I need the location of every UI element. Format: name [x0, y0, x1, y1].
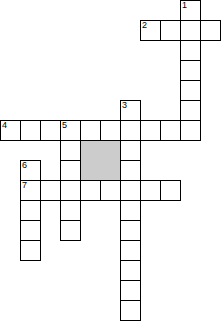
crossword-cell-r1c9[interactable] — [180, 20, 201, 41]
crossword-cell-r10c6[interactable] — [120, 200, 141, 221]
crossword-cell-r6c5[interactable] — [100, 120, 121, 141]
crossword-cell-r1c10[interactable] — [200, 20, 221, 41]
shaded-block — [80, 140, 121, 181]
clue-number-4: 4 — [2, 121, 7, 130]
clue-number-1: 1 — [182, 1, 187, 10]
crossword-cell-r11c1[interactable] — [20, 220, 41, 241]
crossword-cell-r6c3[interactable]: 5 — [60, 120, 81, 141]
crossword-cell-r7c6[interactable] — [120, 140, 141, 161]
crossword-cell-r0c9[interactable]: 1 — [180, 0, 201, 21]
clue-number-2: 2 — [142, 21, 147, 30]
crossword-cell-r11c6[interactable] — [120, 220, 141, 241]
clue-number-6: 6 — [22, 161, 27, 170]
crossword-cell-r8c6[interactable] — [120, 160, 141, 181]
crossword-board: 1234567 — [0, 0, 221, 321]
crossword-cell-r6c1[interactable] — [20, 120, 41, 141]
crossword-cell-r5c6[interactable]: 3 — [120, 100, 141, 121]
crossword-cell-r9c5[interactable] — [100, 180, 121, 201]
clue-number-5: 5 — [62, 121, 67, 130]
crossword-cell-r14c6[interactable] — [120, 280, 141, 301]
crossword-cell-r9c2[interactable] — [40, 180, 61, 201]
crossword-cell-r6c9[interactable] — [180, 120, 201, 141]
crossword-cell-r4c9[interactable] — [180, 80, 201, 101]
crossword-cell-r13c6[interactable] — [120, 260, 141, 281]
crossword-cell-r10c3[interactable] — [60, 200, 81, 221]
crossword-cell-r8c1[interactable]: 6 — [20, 160, 41, 181]
crossword-cell-r6c7[interactable] — [140, 120, 161, 141]
crossword-cell-r9c4[interactable] — [80, 180, 101, 201]
crossword-cell-r6c8[interactable] — [160, 120, 181, 141]
crossword-cell-r6c2[interactable] — [40, 120, 61, 141]
crossword-cell-r9c7[interactable] — [140, 180, 161, 201]
clue-number-3: 3 — [122, 101, 127, 110]
crossword-cell-r5c9[interactable] — [180, 100, 201, 121]
clue-number-7: 7 — [22, 181, 27, 190]
crossword-cell-r1c7[interactable]: 2 — [140, 20, 161, 41]
crossword-cell-r9c1[interactable]: 7 — [20, 180, 41, 201]
crossword-cell-r6c6[interactable] — [120, 120, 141, 141]
crossword-cell-r3c9[interactable] — [180, 60, 201, 81]
crossword-cell-r9c6[interactable] — [120, 180, 141, 201]
crossword-cell-r2c9[interactable] — [180, 40, 201, 61]
crossword-cell-r7c3[interactable] — [60, 140, 81, 161]
crossword-cell-r8c3[interactable] — [60, 160, 81, 181]
crossword-cell-r10c1[interactable] — [20, 200, 41, 221]
crossword-cell-r15c6[interactable] — [120, 300, 141, 321]
crossword-puzzle: 1234567 — [0, 0, 221, 321]
crossword-cell-r12c6[interactable] — [120, 240, 141, 261]
crossword-cell-r12c1[interactable] — [20, 240, 41, 261]
crossword-cell-r9c8[interactable] — [160, 180, 181, 201]
crossword-cell-r9c3[interactable] — [60, 180, 81, 201]
crossword-cell-r6c0[interactable]: 4 — [0, 120, 21, 141]
crossword-cell-r6c4[interactable] — [80, 120, 101, 141]
crossword-cell-r1c8[interactable] — [160, 20, 181, 41]
crossword-cell-r11c3[interactable] — [60, 220, 81, 241]
